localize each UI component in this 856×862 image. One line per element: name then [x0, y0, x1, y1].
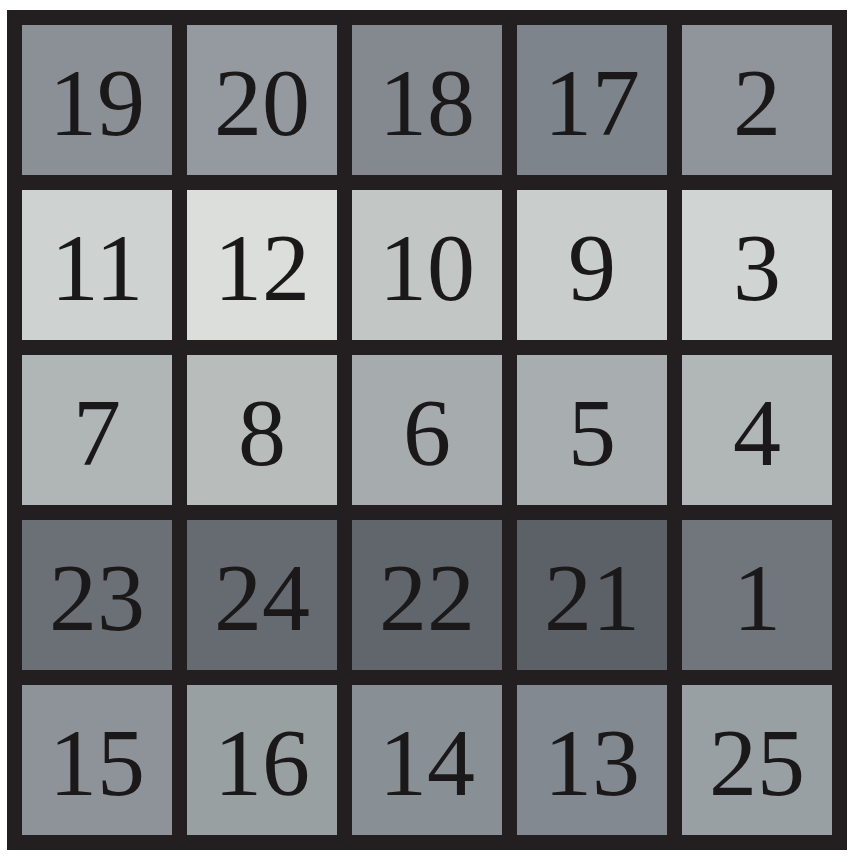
- grid-cell[interactable]: 24: [187, 520, 337, 670]
- grid-cell[interactable]: 6: [352, 355, 502, 505]
- grid-cell[interactable]: 19: [22, 25, 172, 175]
- grid-cell[interactable]: 25: [682, 685, 832, 835]
- grid-cell[interactable]: 13: [517, 685, 667, 835]
- grid-cell[interactable]: 8: [187, 355, 337, 505]
- grid-cell[interactable]: 5: [517, 355, 667, 505]
- grid-cell[interactable]: 9: [517, 190, 667, 340]
- grid-cell[interactable]: 14: [352, 685, 502, 835]
- grid-cell[interactable]: 2: [682, 25, 832, 175]
- grid-cell[interactable]: 18: [352, 25, 502, 175]
- grid-cell[interactable]: 16: [187, 685, 337, 835]
- grid-cell[interactable]: 22: [352, 520, 502, 670]
- number-grid: 1920181721112109378654232422211151614132…: [7, 10, 847, 850]
- grid-cell[interactable]: 11: [22, 190, 172, 340]
- grid-cell[interactable]: 20: [187, 25, 337, 175]
- grid-cell[interactable]: 1: [682, 520, 832, 670]
- grid-cell[interactable]: 23: [22, 520, 172, 670]
- grid-cell[interactable]: 7: [22, 355, 172, 505]
- grid-cell[interactable]: 15: [22, 685, 172, 835]
- grid-cell[interactable]: 12: [187, 190, 337, 340]
- grid-cell[interactable]: 10: [352, 190, 502, 340]
- grid-cell[interactable]: 4: [682, 355, 832, 505]
- grid-cell[interactable]: 17: [517, 25, 667, 175]
- grid-cell[interactable]: 3: [682, 190, 832, 340]
- page: 1920181721112109378654232422211151614132…: [0, 0, 856, 862]
- grid-cell[interactable]: 21: [517, 520, 667, 670]
